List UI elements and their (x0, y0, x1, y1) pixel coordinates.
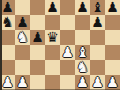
square-a6[interactable]: ♞ (0, 15, 15, 30)
square-a3[interactable] (0, 60, 15, 75)
piece-black-queen-d5[interactable]: ♛ (46, 30, 59, 45)
square-d7[interactable]: ♟ (45, 0, 60, 15)
piece-black-pawn-a7[interactable]: ♟ (1, 0, 14, 15)
square-h6[interactable] (105, 15, 120, 30)
square-a5[interactable] (0, 30, 15, 45)
square-h2[interactable]: ♟ (105, 75, 120, 90)
chess-board-window: ♟♟♟♝♟♞♟♟♞♟♛♟♝♞♟♟♟♟♟ (0, 0, 120, 90)
piece-white-knight-f3[interactable]: ♞ (76, 60, 89, 75)
square-h7[interactable]: ♟ (105, 0, 120, 15)
square-d3[interactable] (45, 60, 60, 75)
square-f7[interactable]: ♟ (75, 0, 90, 15)
piece-white-pawn-e4[interactable]: ♟ (61, 45, 74, 60)
square-b7[interactable] (15, 0, 30, 15)
square-f6[interactable] (75, 15, 90, 30)
square-b2[interactable]: ♟ (15, 75, 30, 90)
piece-white-pawn-h2[interactable]: ♟ (106, 75, 119, 90)
square-g4[interactable] (90, 45, 105, 60)
square-d2[interactable] (45, 75, 60, 90)
square-e7[interactable] (60, 0, 75, 15)
piece-black-pawn-c5[interactable]: ♟ (31, 30, 44, 45)
piece-black-pawn-f7[interactable]: ♟ (76, 0, 89, 15)
square-h5[interactable] (105, 30, 120, 45)
square-g7[interactable]: ♝ (90, 0, 105, 15)
piece-black-pawn-d7[interactable]: ♟ (46, 0, 59, 15)
piece-black-pawn-b6[interactable]: ♟ (16, 15, 29, 30)
square-f3[interactable]: ♞ (75, 60, 90, 75)
square-e2[interactable] (60, 75, 75, 90)
square-d4[interactable] (45, 45, 60, 60)
square-c5[interactable]: ♟ (30, 30, 45, 45)
square-a7[interactable]: ♟ (0, 0, 15, 15)
square-h4[interactable] (105, 45, 120, 60)
piece-black-knight-a6[interactable]: ♞ (1, 15, 14, 30)
square-h3[interactable] (105, 60, 120, 75)
piece-white-pawn-a2[interactable]: ♟ (1, 75, 14, 90)
square-g3[interactable] (90, 60, 105, 75)
square-c6[interactable] (30, 15, 45, 30)
window-bottom-edge (0, 89, 120, 90)
piece-white-knight-b5[interactable]: ♞ (16, 30, 29, 45)
window-left-edge (0, 0, 2, 90)
square-b6[interactable]: ♟ (15, 15, 30, 30)
square-c2[interactable] (30, 75, 45, 90)
square-c4[interactable] (30, 45, 45, 60)
chess-board: ♟♟♟♝♟♞♟♟♞♟♛♟♝♞♟♟♟♟♟ (0, 0, 120, 90)
square-f2[interactable]: ♟ (75, 75, 90, 90)
piece-black-bishop-g7[interactable]: ♝ (91, 0, 104, 15)
square-b4[interactable] (15, 45, 30, 60)
piece-white-pawn-f2[interactable]: ♟ (76, 75, 89, 90)
square-a2[interactable]: ♟ (0, 75, 15, 90)
piece-white-pawn-b2[interactable]: ♟ (16, 75, 29, 90)
square-e4[interactable]: ♟ (60, 45, 75, 60)
square-a4[interactable] (0, 45, 15, 60)
square-f5[interactable] (75, 30, 90, 45)
square-b3[interactable] (15, 60, 30, 75)
square-d5[interactable]: ♛ (45, 30, 60, 45)
square-g2[interactable]: ♟ (90, 75, 105, 90)
square-e6[interactable] (60, 15, 75, 30)
piece-white-bishop-f4[interactable]: ♝ (76, 45, 89, 60)
square-c7[interactable] (30, 0, 45, 15)
square-f4[interactable]: ♝ (75, 45, 90, 60)
square-g5[interactable] (90, 30, 105, 45)
piece-black-pawn-h7[interactable]: ♟ (106, 0, 119, 15)
square-g6[interactable]: ♟ (90, 15, 105, 30)
square-c3[interactable] (30, 60, 45, 75)
square-e3[interactable] (60, 60, 75, 75)
square-b5[interactable]: ♞ (15, 30, 30, 45)
square-d6[interactable] (45, 15, 60, 30)
piece-black-pawn-g6[interactable]: ♟ (91, 15, 104, 30)
piece-white-pawn-g2[interactable]: ♟ (91, 75, 104, 90)
square-e5[interactable] (60, 30, 75, 45)
